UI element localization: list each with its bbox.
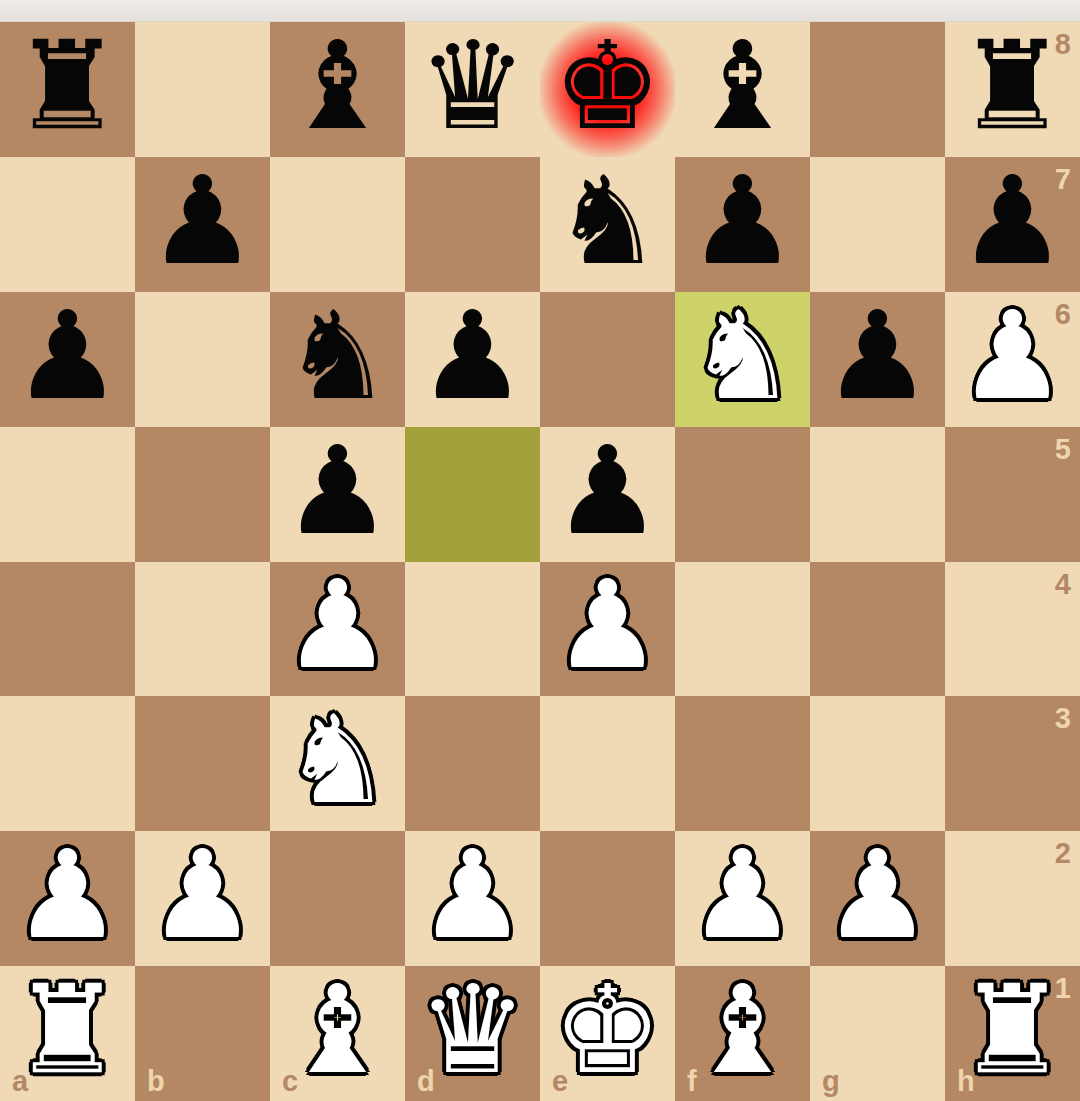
black-pawn[interactable]: ♟ bbox=[13, 292, 122, 424]
square-c7[interactable] bbox=[270, 157, 405, 292]
coord-file-b: b bbox=[147, 1067, 165, 1096]
square-b7[interactable]: ♟ bbox=[135, 157, 270, 292]
black-rook[interactable]: ♜ bbox=[13, 22, 122, 154]
square-h6[interactable]: ♟6 bbox=[945, 292, 1080, 427]
square-f5[interactable] bbox=[675, 427, 810, 562]
square-a4[interactable] bbox=[0, 562, 135, 697]
square-d8[interactable]: ♛ bbox=[405, 22, 540, 157]
black-queen[interactable]: ♛ bbox=[418, 22, 527, 154]
square-d2[interactable]: ♟ bbox=[405, 831, 540, 966]
square-f2[interactable]: ♟ bbox=[675, 831, 810, 966]
square-g6[interactable]: ♟ bbox=[810, 292, 945, 427]
white-pawn[interactable]: ♟ bbox=[418, 831, 527, 963]
black-pawn[interactable]: ♟ bbox=[418, 292, 527, 424]
square-a3[interactable] bbox=[0, 696, 135, 831]
black-pawn[interactable]: ♟ bbox=[688, 157, 797, 289]
square-h1[interactable]: ♜1h bbox=[945, 966, 1080, 1101]
white-rook[interactable]: ♜ bbox=[13, 966, 122, 1098]
square-e1[interactable]: ♚e bbox=[540, 966, 675, 1101]
square-e3[interactable] bbox=[540, 696, 675, 831]
black-pawn[interactable]: ♟ bbox=[823, 292, 932, 424]
square-b1[interactable]: b bbox=[135, 966, 270, 1101]
white-pawn[interactable]: ♟ bbox=[148, 831, 257, 963]
black-knight[interactable]: ♞ bbox=[553, 157, 662, 289]
coord-rank-5: 5 bbox=[1055, 435, 1071, 464]
square-a8[interactable]: ♜ bbox=[0, 22, 135, 157]
square-b2[interactable]: ♟ bbox=[135, 831, 270, 966]
square-h7[interactable]: ♟7 bbox=[945, 157, 1080, 292]
square-e5[interactable]: ♟ bbox=[540, 427, 675, 562]
square-c6[interactable]: ♞ bbox=[270, 292, 405, 427]
black-rook[interactable]: ♜ bbox=[958, 22, 1067, 154]
square-b4[interactable] bbox=[135, 562, 270, 697]
square-f7[interactable]: ♟ bbox=[675, 157, 810, 292]
square-d1[interactable]: ♛d bbox=[405, 966, 540, 1101]
square-g2[interactable]: ♟ bbox=[810, 831, 945, 966]
chess-board: ♜♝♛♚♝♜8♟♞♟♟7♟♞♟♞♟♟6♟♟5♟♟4♞3♟♟♟♟♟2♜ab♝c♛d… bbox=[0, 22, 1080, 1101]
square-a6[interactable]: ♟ bbox=[0, 292, 135, 427]
white-king[interactable]: ♚ bbox=[553, 966, 662, 1098]
black-pawn[interactable]: ♟ bbox=[283, 427, 392, 559]
black-pawn[interactable]: ♟ bbox=[148, 157, 257, 289]
black-pawn[interactable]: ♟ bbox=[958, 157, 1067, 289]
white-rook[interactable]: ♜ bbox=[958, 966, 1067, 1098]
square-g3[interactable] bbox=[810, 696, 945, 831]
square-b5[interactable] bbox=[135, 427, 270, 562]
white-pawn[interactable]: ♟ bbox=[283, 562, 392, 694]
white-knight[interactable]: ♞ bbox=[688, 292, 797, 424]
square-f8[interactable]: ♝ bbox=[675, 22, 810, 157]
square-e6[interactable] bbox=[540, 292, 675, 427]
square-h2[interactable]: 2 bbox=[945, 831, 1080, 966]
square-a1[interactable]: ♜a bbox=[0, 966, 135, 1101]
black-bishop[interactable]: ♝ bbox=[688, 22, 797, 154]
square-g5[interactable] bbox=[810, 427, 945, 562]
square-b3[interactable] bbox=[135, 696, 270, 831]
square-g1[interactable]: g bbox=[810, 966, 945, 1101]
square-c5[interactable]: ♟ bbox=[270, 427, 405, 562]
square-g7[interactable] bbox=[810, 157, 945, 292]
square-h3[interactable]: 3 bbox=[945, 696, 1080, 831]
square-d7[interactable] bbox=[405, 157, 540, 292]
square-f4[interactable] bbox=[675, 562, 810, 697]
page-top-strip bbox=[0, 0, 1080, 22]
square-g4[interactable] bbox=[810, 562, 945, 697]
black-knight[interactable]: ♞ bbox=[283, 292, 392, 424]
coord-rank-2: 2 bbox=[1055, 839, 1071, 868]
square-a5[interactable] bbox=[0, 427, 135, 562]
square-e7[interactable]: ♞ bbox=[540, 157, 675, 292]
white-pawn[interactable]: ♟ bbox=[688, 831, 797, 963]
coord-rank-4: 4 bbox=[1055, 570, 1071, 599]
square-f6[interactable]: ♞ bbox=[675, 292, 810, 427]
white-pawn[interactable]: ♟ bbox=[13, 831, 122, 963]
white-bishop[interactable]: ♝ bbox=[283, 966, 392, 1098]
black-king[interactable]: ♚ bbox=[553, 22, 662, 154]
square-b6[interactable] bbox=[135, 292, 270, 427]
square-d5[interactable] bbox=[405, 427, 540, 562]
coord-rank-3: 3 bbox=[1055, 704, 1071, 733]
square-b8[interactable] bbox=[135, 22, 270, 157]
square-e2[interactable] bbox=[540, 831, 675, 966]
square-d3[interactable] bbox=[405, 696, 540, 831]
square-g8[interactable] bbox=[810, 22, 945, 157]
white-pawn[interactable]: ♟ bbox=[823, 831, 932, 963]
square-a2[interactable]: ♟ bbox=[0, 831, 135, 966]
coord-file-g: g bbox=[822, 1067, 840, 1096]
square-h5[interactable]: 5 bbox=[945, 427, 1080, 562]
square-c3[interactable]: ♞ bbox=[270, 696, 405, 831]
square-a7[interactable] bbox=[0, 157, 135, 292]
square-c4[interactable]: ♟ bbox=[270, 562, 405, 697]
white-pawn[interactable]: ♟ bbox=[958, 292, 1067, 424]
white-knight[interactable]: ♞ bbox=[283, 696, 392, 828]
square-h8[interactable]: ♜8 bbox=[945, 22, 1080, 157]
white-queen[interactable]: ♛ bbox=[418, 966, 527, 1098]
square-f1[interactable]: ♝f bbox=[675, 966, 810, 1101]
square-e8[interactable]: ♚ bbox=[540, 22, 675, 157]
black-pawn[interactable]: ♟ bbox=[553, 427, 662, 559]
square-f3[interactable] bbox=[675, 696, 810, 831]
square-e4[interactable]: ♟ bbox=[540, 562, 675, 697]
white-bishop[interactable]: ♝ bbox=[688, 966, 797, 1098]
white-pawn[interactable]: ♟ bbox=[553, 562, 662, 694]
square-c1[interactable]: ♝c bbox=[270, 966, 405, 1101]
square-h4[interactable]: 4 bbox=[945, 562, 1080, 697]
square-d4[interactable] bbox=[405, 562, 540, 697]
square-c8[interactable]: ♝ bbox=[270, 22, 405, 157]
square-c2[interactable] bbox=[270, 831, 405, 966]
black-bishop[interactable]: ♝ bbox=[283, 22, 392, 154]
square-d6[interactable]: ♟ bbox=[405, 292, 540, 427]
